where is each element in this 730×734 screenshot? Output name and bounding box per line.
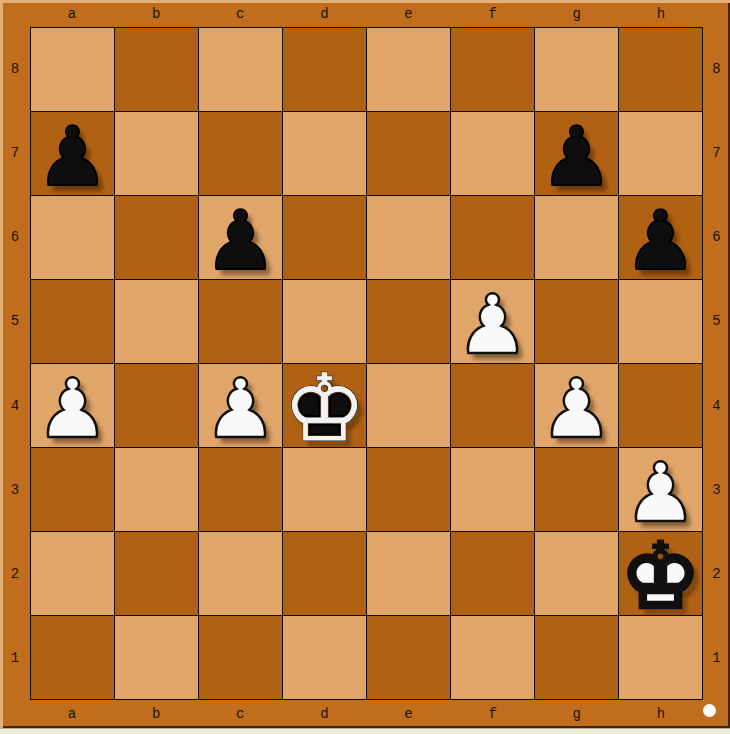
black-pawn-glyph: ♟ xyxy=(619,199,702,282)
square-d5[interactable] xyxy=(283,280,366,363)
white-king-detail: ♔ xyxy=(619,535,702,618)
board-frame: abcdefgh abcdefgh 87654321 87654321 ♟♙♟♙… xyxy=(0,0,730,728)
file-label-f-top: f xyxy=(451,0,535,27)
white-pawn[interactable]: ♟♙ xyxy=(31,364,114,447)
file-label-e-bottom: e xyxy=(367,700,451,728)
square-a3[interactable] xyxy=(31,448,114,531)
black-pawn[interactable]: ♟♙ xyxy=(535,112,618,195)
rank-label-2-left: 2 xyxy=(0,532,30,616)
square-d6[interactable] xyxy=(283,196,366,279)
rank-label-6-left: 6 xyxy=(0,195,30,279)
file-label-d-bottom: d xyxy=(282,700,366,728)
black-pawn-glyph: ♟ xyxy=(535,115,618,198)
file-label-a-top: a xyxy=(30,0,114,27)
square-d7[interactable] xyxy=(283,112,366,195)
square-b5[interactable] xyxy=(115,280,198,363)
square-f2[interactable] xyxy=(451,532,534,615)
file-label-h-bottom: h xyxy=(619,700,703,728)
square-h4[interactable] xyxy=(619,364,702,447)
square-c8[interactable] xyxy=(199,28,282,111)
square-d8[interactable] xyxy=(283,28,366,111)
white-pawn-glyph: ♟ xyxy=(535,367,618,450)
square-a1[interactable] xyxy=(31,616,114,699)
square-a7[interactable]: ♟♙ xyxy=(31,112,114,195)
square-e1[interactable] xyxy=(367,616,450,699)
file-label-h-top: h xyxy=(619,0,703,27)
black-king[interactable]: ♚♔ xyxy=(283,364,366,447)
white-pawn[interactable]: ♟♙ xyxy=(535,364,618,447)
square-e4[interactable] xyxy=(367,364,450,447)
white-pawn-glyph: ♟ xyxy=(31,367,114,450)
square-d2[interactable] xyxy=(283,532,366,615)
square-d4[interactable]: ♚♔ xyxy=(283,364,366,447)
square-b4[interactable] xyxy=(115,364,198,447)
square-b8[interactable] xyxy=(115,28,198,111)
white-king[interactable]: ♚♔ xyxy=(619,532,702,615)
black-pawn-glyph: ♟ xyxy=(31,115,114,198)
square-b1[interactable] xyxy=(115,616,198,699)
rank-label-8-right: 8 xyxy=(703,27,730,111)
square-c3[interactable] xyxy=(199,448,282,531)
black-pawn[interactable]: ♟♙ xyxy=(619,196,702,279)
square-e7[interactable] xyxy=(367,112,450,195)
square-g5[interactable] xyxy=(535,280,618,363)
square-h3[interactable]: ♟♙ xyxy=(619,448,702,531)
rank-label-7-right: 7 xyxy=(703,111,730,195)
square-g3[interactable] xyxy=(535,448,618,531)
white-pawn[interactable]: ♟♙ xyxy=(199,364,282,447)
square-c5[interactable] xyxy=(199,280,282,363)
square-b2[interactable] xyxy=(115,532,198,615)
board: ♟♙♟♙♟♙♟♙♟♙♟♙♟♙♚♔♟♙♟♙♚♔ xyxy=(30,27,703,700)
file-labels-bottom: abcdefgh xyxy=(30,700,703,728)
square-d1[interactable] xyxy=(283,616,366,699)
rank-label-8-left: 8 xyxy=(0,27,30,111)
white-pawn[interactable]: ♟♙ xyxy=(619,448,702,531)
rank-label-2-right: 2 xyxy=(703,532,730,616)
white-pawn-glyph: ♟ xyxy=(199,367,282,450)
square-f8[interactable] xyxy=(451,28,534,111)
file-label-b-bottom: b xyxy=(114,700,198,728)
file-labels-top: abcdefgh xyxy=(30,0,703,27)
rank-label-3-left: 3 xyxy=(0,448,30,532)
square-a8[interactable] xyxy=(31,28,114,111)
square-g2[interactable] xyxy=(535,532,618,615)
square-b6[interactable] xyxy=(115,196,198,279)
black-king-detail: ♔ xyxy=(283,367,366,450)
file-label-d-top: d xyxy=(282,0,366,27)
window-edge-strip xyxy=(0,728,730,734)
square-h7[interactable] xyxy=(619,112,702,195)
file-label-c-top: c xyxy=(198,0,282,27)
square-h2[interactable]: ♚♔ xyxy=(619,532,702,615)
square-a4[interactable]: ♟♙ xyxy=(31,364,114,447)
square-a6[interactable] xyxy=(31,196,114,279)
square-f3[interactable] xyxy=(451,448,534,531)
square-e3[interactable] xyxy=(367,448,450,531)
rank-label-1-right: 1 xyxy=(703,616,730,700)
square-c6[interactable]: ♟♙ xyxy=(199,196,282,279)
rank-labels-right: 87654321 xyxy=(703,27,730,700)
file-label-f-bottom: f xyxy=(451,700,535,728)
square-e5[interactable] xyxy=(367,280,450,363)
file-label-c-bottom: c xyxy=(198,700,282,728)
rank-label-4-right: 4 xyxy=(703,364,730,448)
rank-label-3-right: 3 xyxy=(703,448,730,532)
rank-label-5-left: 5 xyxy=(0,279,30,363)
rank-label-7-left: 7 xyxy=(0,111,30,195)
square-c7[interactable] xyxy=(199,112,282,195)
white-pawn[interactable]: ♟♙ xyxy=(451,280,534,363)
square-c2[interactable] xyxy=(199,532,282,615)
black-pawn[interactable]: ♟♙ xyxy=(31,112,114,195)
rank-label-6-right: 6 xyxy=(703,195,730,279)
square-g7[interactable]: ♟♙ xyxy=(535,112,618,195)
square-f5[interactable]: ♟♙ xyxy=(451,280,534,363)
file-label-g-bottom: g xyxy=(535,700,619,728)
file-label-b-top: b xyxy=(114,0,198,27)
rank-label-4-left: 4 xyxy=(0,364,30,448)
square-h6[interactable]: ♟♙ xyxy=(619,196,702,279)
square-f6[interactable] xyxy=(451,196,534,279)
rank-labels-left: 87654321 xyxy=(0,27,30,700)
rank-label-5-right: 5 xyxy=(703,279,730,363)
square-b3[interactable] xyxy=(115,448,198,531)
side-to-move-indicator xyxy=(703,704,716,717)
file-label-g-top: g xyxy=(535,0,619,27)
square-d3[interactable] xyxy=(283,448,366,531)
square-f4[interactable] xyxy=(451,364,534,447)
white-pawn-glyph: ♟ xyxy=(619,451,702,534)
black-pawn[interactable]: ♟♙ xyxy=(199,196,282,279)
square-g8[interactable] xyxy=(535,28,618,111)
square-h1[interactable] xyxy=(619,616,702,699)
square-f7[interactable] xyxy=(451,112,534,195)
square-f1[interactable] xyxy=(451,616,534,699)
square-e8[interactable] xyxy=(367,28,450,111)
square-e6[interactable] xyxy=(367,196,450,279)
square-b7[interactable] xyxy=(115,112,198,195)
square-c1[interactable] xyxy=(199,616,282,699)
black-pawn-glyph: ♟ xyxy=(199,199,282,282)
square-a5[interactable] xyxy=(31,280,114,363)
square-a2[interactable] xyxy=(31,532,114,615)
square-h8[interactable] xyxy=(619,28,702,111)
square-h5[interactable] xyxy=(619,280,702,363)
square-c4[interactable]: ♟♙ xyxy=(199,364,282,447)
file-label-a-bottom: a xyxy=(30,700,114,728)
square-g1[interactable] xyxy=(535,616,618,699)
square-e2[interactable] xyxy=(367,532,450,615)
square-g4[interactable]: ♟♙ xyxy=(535,364,618,447)
square-g6[interactable] xyxy=(535,196,618,279)
rank-label-1-left: 1 xyxy=(0,616,30,700)
white-pawn-glyph: ♟ xyxy=(451,283,534,366)
file-label-e-top: e xyxy=(367,0,451,27)
